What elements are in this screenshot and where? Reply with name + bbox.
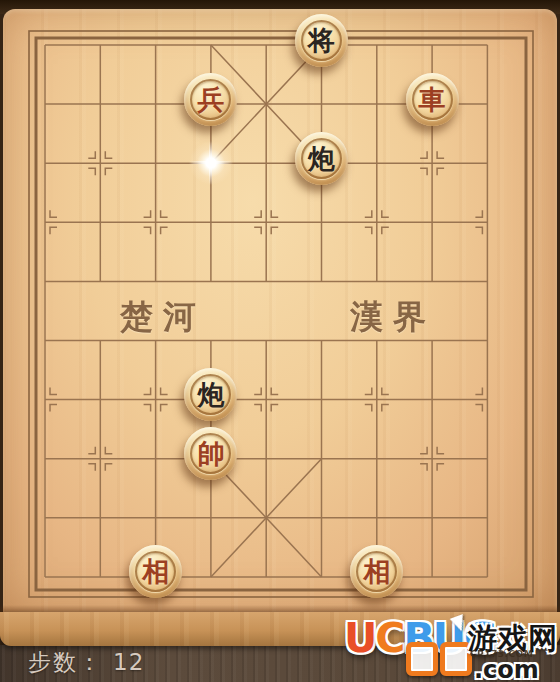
piece-character: 車 <box>406 73 459 126</box>
piece-black-cannon[interactable]: 炮 <box>184 368 237 421</box>
board-grid-lines <box>0 0 560 682</box>
xiangqi-game-screen: 楚河 漢界 将兵車炮炮帥相相 步数： 12 UCBUG 游戏网 CP173.CO… <box>0 0 560 682</box>
piece-character: 相 <box>350 545 403 598</box>
piece-red-soldier[interactable]: 兵 <box>184 73 237 126</box>
piece-black-cannon[interactable]: 炮 <box>295 132 348 185</box>
piece-black-general[interactable]: 将 <box>295 14 348 67</box>
piece-character: 相 <box>129 545 182 598</box>
watermark: UCBUG 游戏网 CP173.COM .com <box>342 616 560 682</box>
piece-character: 兵 <box>184 73 237 126</box>
piece-red-elephant[interactable]: 相 <box>129 545 182 598</box>
piece-red-elephant[interactable]: 相 <box>350 545 403 598</box>
river-label-chu-he: 楚河 <box>93 295 233 340</box>
piece-character: 炮 <box>295 132 348 185</box>
piece-red-general[interactable]: 帥 <box>184 427 237 480</box>
river-label-han-jie: 漢界 <box>323 295 463 340</box>
piece-red-chariot[interactable]: 車 <box>406 73 459 126</box>
move-counter-value: 12 <box>113 649 144 675</box>
piece-character: 炮 <box>184 368 237 421</box>
watermark-letter: C <box>375 618 403 659</box>
watermark-domain: .com <box>474 656 539 682</box>
watermark-letter: U <box>344 618 375 659</box>
piece-character: 将 <box>295 14 348 67</box>
move-counter-label: 步数： <box>28 647 103 678</box>
piece-character: 帥 <box>184 427 237 480</box>
watermark-badge-icon <box>406 642 438 676</box>
move-counter: 步数： 12 <box>28 647 144 678</box>
